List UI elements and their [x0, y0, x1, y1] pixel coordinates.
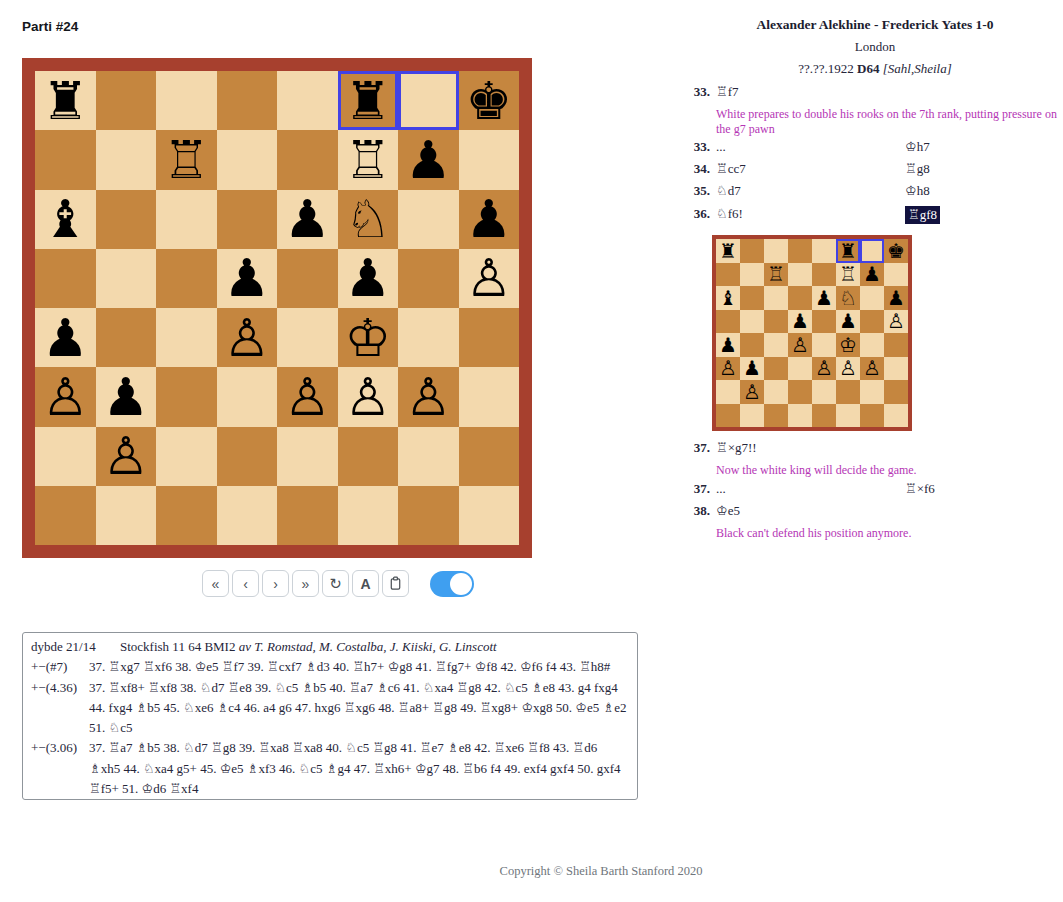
square-e1[interactable] [277, 486, 338, 545]
square-g6[interactable] [398, 190, 459, 249]
move-number: 33. [685, 84, 710, 100]
square-a7 [716, 263, 740, 287]
square-g8[interactable] [398, 71, 459, 130]
square-d4: ♙ [788, 333, 812, 357]
square-a8: ♜ [716, 239, 740, 263]
move-row: 37.♖×g7!! [685, 440, 1063, 462]
square-g4[interactable] [398, 308, 459, 367]
white-move[interactable]: ♖f7 [716, 84, 738, 100]
game-eco-code: D64 [857, 61, 879, 76]
square-b4[interactable] [96, 308, 157, 367]
square-g7: ♟ [860, 263, 884, 287]
square-a7[interactable] [35, 130, 96, 189]
fast-forward-icon: » [302, 576, 310, 592]
square-f8[interactable]: ♜ [338, 71, 399, 130]
game-date: ??.??.1922 [798, 61, 854, 76]
piece-wp: ♙ [791, 335, 809, 355]
engine-variations: +−(#7)37. ♖xg7 ♖xf6 38. ♔e5 ♖f7 39. ♖cxf… [31, 657, 627, 799]
move-row: 33....♔h7 [685, 139, 1063, 161]
square-d3[interactable] [217, 367, 278, 426]
piece-bp: ♟ [405, 134, 452, 186]
piece-bp: ♟ [815, 288, 833, 308]
square-g2 [860, 380, 884, 404]
square-c2 [764, 380, 788, 404]
square-b6[interactable] [96, 190, 157, 249]
piece-bp: ♟ [719, 335, 737, 355]
move-number: 37. [685, 481, 710, 497]
autoplay-refresh-button[interactable]: ↻ [322, 570, 349, 597]
board-toolbar: «‹›»↻A [202, 570, 409, 597]
piece-wp: ♙ [405, 371, 452, 423]
move-list: 33.♖f7White prepares to double his rooks… [685, 84, 1063, 544]
square-c4[interactable] [156, 308, 217, 367]
piece-bk: ♚ [887, 241, 905, 261]
square-c2[interactable] [156, 427, 217, 486]
square-d6[interactable] [217, 190, 278, 249]
piece-wp: ♙ [887, 311, 905, 331]
piece-wp: ♙ [743, 382, 761, 402]
square-h6[interactable]: ♟ [459, 190, 520, 249]
piece-wp: ♙ [42, 371, 89, 423]
piece-wp: ♙ [863, 358, 881, 378]
square-h3[interactable] [459, 367, 520, 426]
square-h8[interactable]: ♚ [459, 71, 520, 130]
white-move[interactable]: ♘d7 [716, 183, 741, 199]
square-b5[interactable] [96, 249, 157, 308]
piece-bp: ♟ [839, 311, 857, 331]
move-number: 37. [685, 440, 710, 456]
square-e1 [812, 404, 836, 428]
fast-backward-icon: « [212, 576, 220, 592]
square-d5[interactable]: ♟ [217, 249, 278, 308]
square-a8[interactable]: ♜ [35, 71, 96, 130]
black-move[interactable]: ♖×f6 [905, 481, 935, 497]
square-h5: ♙ [884, 310, 908, 334]
square-c4 [764, 333, 788, 357]
square-h1 [884, 404, 908, 428]
piece-wr: ♖ [344, 134, 391, 186]
chevron-left-icon: ‹ [243, 576, 248, 592]
piece-bp: ♟ [465, 193, 512, 245]
game-players-result: Alexander Alekhine - Frederick Yates 1-0 [685, 17, 1063, 33]
square-b5 [740, 310, 764, 334]
square-d7[interactable] [217, 130, 278, 189]
move-row: 37....♖×f6 [685, 481, 1063, 503]
white-move[interactable]: ♔e5 [716, 503, 740, 519]
square-h4 [884, 333, 908, 357]
piece-bb: ♝ [719, 288, 737, 308]
square-f7[interactable]: ♖ [338, 130, 399, 189]
chevron-right-icon: › [273, 576, 278, 592]
piece-bp: ♟ [743, 358, 761, 378]
square-g1[interactable] [398, 486, 459, 545]
square-f6: ♘ [836, 286, 860, 310]
square-h2 [884, 380, 908, 404]
white-move[interactable]: ♖cc7 [716, 161, 746, 177]
square-e6: ♟ [812, 286, 836, 310]
square-a3: ♙ [716, 357, 740, 381]
move-number: 33. [685, 139, 710, 155]
square-h7[interactable] [459, 130, 520, 189]
square-b1[interactable] [96, 486, 157, 545]
square-d2[interactable] [217, 427, 278, 486]
piece-br: ♜ [42, 75, 89, 127]
square-a6: ♝ [716, 286, 740, 310]
square-a3[interactable]: ♙ [35, 367, 96, 426]
move-row: 35.♘d7♔h8 [685, 183, 1063, 205]
game-annotator: [Sahl,Sheila] [883, 61, 952, 76]
square-g2[interactable] [398, 427, 459, 486]
square-d5: ♟ [788, 310, 812, 334]
square-f5[interactable]: ♟ [338, 249, 399, 308]
square-f5: ♟ [836, 310, 860, 334]
square-b1 [740, 404, 764, 428]
black-move[interactable]: ♖g8 [905, 161, 930, 177]
refresh-icon: ↻ [329, 575, 342, 593]
square-f6[interactable]: ♘ [338, 190, 399, 249]
square-e5 [812, 310, 836, 334]
piece-bp: ♟ [887, 288, 905, 308]
square-b6 [740, 286, 764, 310]
square-g3[interactable]: ♙ [398, 367, 459, 426]
square-g6 [860, 286, 884, 310]
square-a6[interactable]: ♝ [35, 190, 96, 249]
letter-a-icon: A [360, 576, 370, 592]
variation-moves: 37. ♖xg7 ♖xf6 38. ♔e5 ♖f7 39. ♖cxf7 ♗d3 … [89, 657, 627, 677]
square-c8[interactable] [156, 71, 217, 130]
black-move[interactable]: ♔h8 [905, 183, 930, 199]
clipboard-icon [388, 576, 403, 591]
square-a5 [716, 310, 740, 334]
piece-wp: ♙ [344, 371, 391, 423]
piece-bp: ♟ [223, 252, 270, 304]
square-f8: ♜ [836, 239, 860, 263]
copy-button[interactable] [382, 570, 409, 597]
square-e6[interactable]: ♟ [277, 190, 338, 249]
square-e3[interactable]: ♙ [277, 367, 338, 426]
variation-eval: +−(#7) [31, 657, 89, 677]
square-b8 [740, 239, 764, 263]
square-h8: ♚ [884, 239, 908, 263]
square-h2[interactable] [459, 427, 520, 486]
square-c3[interactable] [156, 367, 217, 426]
white-move[interactable]: ♖×g7!! [716, 440, 757, 456]
go-to-end-button[interactable]: » [292, 570, 319, 597]
black-move-selected[interactable]: ♖gf8 [905, 206, 940, 224]
piece-wr: ♖ [767, 264, 785, 284]
square-h4[interactable] [459, 308, 520, 367]
engine-analysis-panel: dybde 21/14Stockfish 11 64 BMI2 av T. Ro… [22, 632, 638, 800]
square-e7[interactable] [277, 130, 338, 189]
square-f1[interactable] [338, 486, 399, 545]
piece-wp: ♙ [839, 358, 857, 378]
square-c7: ♖ [764, 263, 788, 287]
square-c3 [764, 357, 788, 381]
square-f1 [836, 404, 860, 428]
piece-wn: ♘ [839, 288, 857, 308]
go-to-start-button[interactable]: « [202, 570, 229, 597]
square-c6 [764, 286, 788, 310]
square-c8 [764, 239, 788, 263]
annotation-comment: Now the white king will decide the game. [716, 463, 1061, 477]
square-e7 [812, 263, 836, 287]
square-g5[interactable] [398, 249, 459, 308]
square-c1 [764, 404, 788, 428]
step-back-button[interactable]: ‹ [232, 570, 259, 597]
page-title: Parti #24 [22, 19, 78, 34]
square-g4 [860, 333, 884, 357]
piece-bk: ♚ [465, 75, 512, 127]
square-d1[interactable] [217, 486, 278, 545]
toggle-knob [450, 573, 472, 595]
piece-wk: ♔ [839, 335, 857, 355]
square-b7[interactable] [96, 130, 157, 189]
square-b7 [740, 263, 764, 287]
square-g8 [860, 239, 884, 263]
square-e8[interactable] [277, 71, 338, 130]
square-h1[interactable] [459, 486, 520, 545]
piece-bp: ♟ [102, 371, 149, 423]
annotation-comment: White prepares to double his rooks on th… [716, 107, 1061, 136]
square-h6: ♟ [884, 286, 908, 310]
piece-br: ♜ [839, 241, 857, 261]
square-b2[interactable]: ♙ [96, 427, 157, 486]
square-c7[interactable]: ♖ [156, 130, 217, 189]
square-b3: ♟ [740, 357, 764, 381]
copyright-notice: Copyright © Sheila Barth Stanford 2020 [500, 864, 703, 879]
square-f3[interactable]: ♙ [338, 367, 399, 426]
game-date-line: ??.??.1922 D64 [Sahl,Sheila] [685, 61, 1063, 77]
square-h3 [884, 357, 908, 381]
engine-header: dybde 21/14Stockfish 11 64 BMI2 av T. Ro… [31, 637, 627, 657]
variation-moves: 37. ♖xf8+ ♖xf8 38. ♘d7 ♖e8 39. ♘c5 ♗b5 4… [89, 678, 627, 739]
square-e4[interactable] [277, 308, 338, 367]
piece-bp: ♟ [344, 252, 391, 304]
move-row: 33.♖f7 [685, 84, 1063, 106]
square-f3: ♙ [836, 357, 860, 381]
black-move[interactable]: ♔h7 [905, 139, 930, 155]
square-g1 [860, 404, 884, 428]
square-b4 [740, 333, 764, 357]
square-d3 [788, 357, 812, 381]
engine-variation: +−(3.06)37. ♖a7 ♗b5 38. ♘d7 ♖g8 39. ♖xa8… [31, 738, 627, 799]
square-e4 [812, 333, 836, 357]
engine-variation: +−(4.36)37. ♖xf8+ ♖xf8 38. ♘d7 ♖e8 39. ♘… [31, 678, 627, 739]
piece-wp: ♙ [719, 358, 737, 378]
square-f2 [836, 380, 860, 404]
square-d7 [788, 263, 812, 287]
move-row: 38.♔e5 [685, 503, 1063, 525]
square-c1[interactable] [156, 486, 217, 545]
square-f2[interactable] [338, 427, 399, 486]
chess-game-viewer-page: Parti #24 ♜♜♚♖♖♟♝♟♘♟♟♟♙♟♙♔♙♟♙♙♙♙ «‹›»↻A … [0, 0, 1063, 902]
move-row: 36.♘f6!♖gf8 [685, 206, 1063, 228]
square-f7: ♖ [836, 263, 860, 287]
piece-bp: ♟ [284, 193, 331, 245]
game-header: Alexander Alekhine - Frederick Yates 1-0… [685, 17, 1063, 77]
square-b2: ♙ [740, 380, 764, 404]
variation-moves: 37. ♖a7 ♗b5 38. ♘d7 ♖g8 39. ♖xa8 ♖xa8 40… [89, 738, 627, 799]
square-g3: ♙ [860, 357, 884, 381]
square-b8[interactable] [96, 71, 157, 130]
square-a2 [716, 380, 740, 404]
inline-diagram-board: ♜♜♚♖♖♟♝♟♘♟♟♟♙♟♙♔♙♟♙♙♙♙ [712, 235, 912, 431]
variation-eval: +−(3.06) [31, 738, 89, 799]
piece-br: ♜ [719, 241, 737, 261]
square-d4[interactable]: ♙ [217, 308, 278, 367]
square-d8 [788, 239, 812, 263]
square-c5[interactable] [156, 249, 217, 308]
square-g5 [860, 310, 884, 334]
variation-eval: +−(4.36) [31, 678, 89, 739]
square-a4: ♟ [716, 333, 740, 357]
square-c6[interactable] [156, 190, 217, 249]
square-d1 [788, 404, 812, 428]
move-number: 36. [685, 206, 710, 222]
square-e2[interactable] [277, 427, 338, 486]
engine-authors: av T. Romstad, M. Costalba, J. Kiiski, G… [239, 639, 497, 654]
white-move[interactable]: ... [716, 481, 726, 497]
square-d6 [788, 286, 812, 310]
annotation-comment: Black can't defend his position anymore. [716, 526, 1061, 540]
engine-name: Stockfish 11 64 BMI2 [120, 639, 235, 654]
piece-wp: ♙ [465, 252, 512, 304]
square-a2[interactable] [35, 427, 96, 486]
move-row: 34.♖cc7♖g8 [685, 161, 1063, 183]
piece-bp: ♟ [863, 264, 881, 284]
white-move[interactable]: ... [716, 139, 726, 155]
square-g7[interactable]: ♟ [398, 130, 459, 189]
piece-wp: ♙ [815, 358, 833, 378]
piece-bp: ♟ [42, 312, 89, 364]
square-f4: ♔ [836, 333, 860, 357]
piece-bp: ♟ [791, 311, 809, 331]
square-c5 [764, 310, 788, 334]
move-number: 38. [685, 503, 710, 519]
square-a4[interactable]: ♟ [35, 308, 96, 367]
engine-variation: +−(#7)37. ♖xg7 ♖xf6 38. ♔e5 ♖f7 39. ♖cxf… [31, 657, 627, 677]
square-e3: ♙ [812, 357, 836, 381]
white-move[interactable]: ♘f6! [716, 206, 743, 222]
piece-bb: ♝ [42, 193, 89, 245]
square-a1[interactable] [35, 486, 96, 545]
piece-wn: ♘ [344, 193, 391, 245]
square-d2 [788, 380, 812, 404]
square-e2 [812, 380, 836, 404]
square-h5[interactable]: ♙ [459, 249, 520, 308]
square-f4[interactable]: ♔ [338, 308, 399, 367]
move-number: 35. [685, 183, 710, 199]
piece-wr: ♖ [839, 264, 857, 284]
engine-depth: dybde 21/14 [31, 637, 120, 657]
move-number: 34. [685, 161, 710, 177]
square-e8 [812, 239, 836, 263]
game-notation-panel: Alexander Alekhine - Frederick Yates 1-0… [685, 17, 1063, 77]
square-a5[interactable] [35, 249, 96, 308]
step-forward-button[interactable]: › [262, 570, 289, 597]
piece-br: ♜ [344, 75, 391, 127]
game-site: London [685, 39, 1063, 55]
piece-wr: ♖ [163, 134, 210, 186]
piece-wp: ♙ [223, 312, 270, 364]
square-h7 [884, 263, 908, 287]
square-a1 [716, 404, 740, 428]
annotation-button[interactable]: A [352, 570, 379, 597]
square-b3[interactable]: ♟ [96, 367, 157, 426]
piece-wp: ♙ [284, 371, 331, 423]
board-toggle-switch[interactable] [430, 571, 474, 597]
square-e5[interactable] [277, 249, 338, 308]
square-d8[interactable] [217, 71, 278, 130]
piece-wk: ♔ [344, 312, 391, 364]
piece-wp: ♙ [102, 430, 149, 482]
main-chess-board: ♜♜♚♖♖♟♝♟♘♟♟♟♙♟♙♔♙♟♙♙♙♙ [22, 58, 532, 558]
